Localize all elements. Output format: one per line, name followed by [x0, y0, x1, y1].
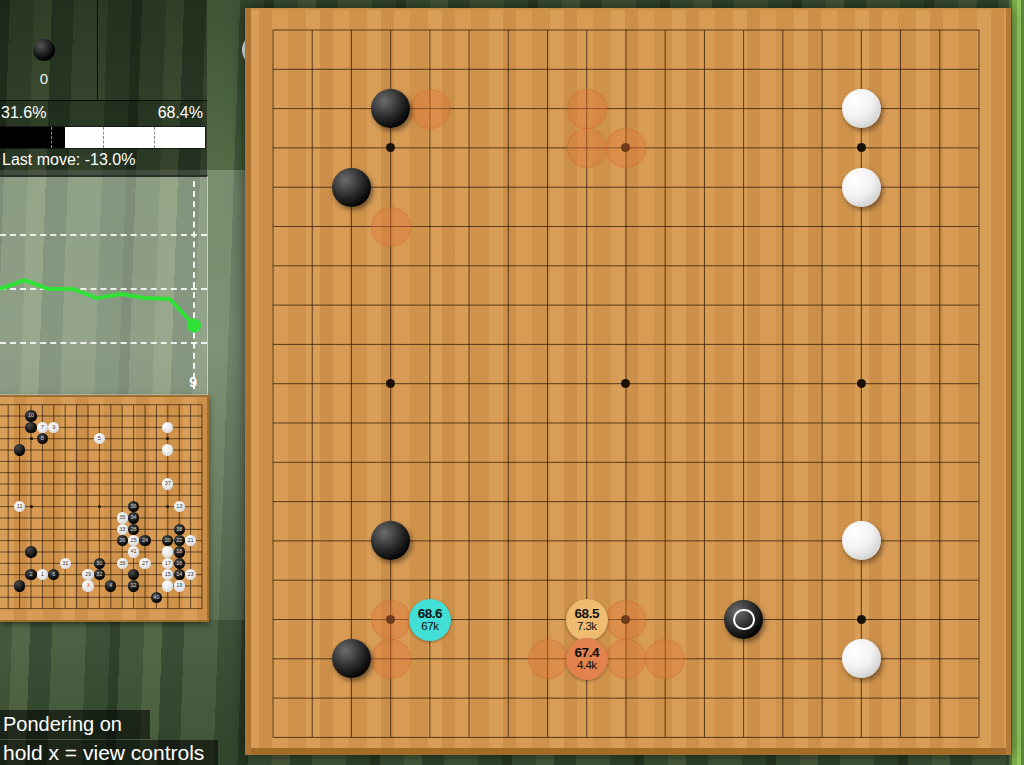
variation-stone-22-R7: 22: [174, 535, 185, 546]
black-captures: 0: [0, 0, 103, 100]
black-stone-D17[interactable]: [371, 89, 410, 128]
winrate-bar-black: [0, 127, 65, 148]
variation-stone-38-R8: 38: [174, 524, 185, 535]
variation-stone-37-Q12: 37: [162, 478, 173, 489]
black-winrate-label: 31.6%: [1, 104, 46, 122]
variation-move-number: 9: [52, 425, 55, 431]
variation-move-number: 24: [142, 538, 148, 544]
candidate-move-J3[interactable]: 67.44.4k: [566, 638, 608, 680]
variation-stone-13-R10: 13: [174, 501, 185, 512]
candidate-visits: 67k: [421, 621, 438, 633]
variation-stone-2-D4: 2: [25, 569, 36, 580]
white-captures: 0: [104, 0, 207, 100]
mini-white-stone-Q3: [162, 580, 173, 591]
candidate-visits: 4.4k: [577, 660, 597, 672]
variation-move-number: 27: [142, 561, 148, 567]
variation-stone-27-O5: 27: [139, 558, 150, 569]
variation-move-number: 19: [176, 583, 182, 589]
ghost-candidate-J17[interactable]: [567, 89, 607, 129]
variation-move-number: 2: [29, 572, 32, 578]
variation-stone-40-P2: 40: [151, 592, 162, 603]
view-controls-hint: hold x = view controls: [0, 740, 218, 765]
variation-stone-31-G5: 31: [60, 558, 71, 569]
ghost-candidate-J16[interactable]: [567, 128, 607, 168]
variation-move-number: 20: [165, 538, 171, 544]
variation-move-number: 21: [188, 538, 194, 544]
black-stone-C3[interactable]: [332, 639, 371, 678]
star-point: [857, 615, 866, 624]
variation-stone-12-N3: 12: [128, 580, 139, 591]
winrate-bar: [0, 127, 205, 148]
candidate-winrate: 68.5: [575, 607, 599, 621]
ghost-candidate-K3[interactable]: [606, 639, 646, 679]
variation-move-number: 32: [96, 572, 102, 578]
variation-move-number: 39: [119, 561, 125, 567]
variation-stone-30-K5: 30: [94, 558, 105, 569]
star-point: [857, 379, 866, 388]
variation-stone-28-N8: 28: [128, 524, 139, 535]
variation-move-number: 35: [119, 515, 125, 521]
variation-move-number: 38: [176, 527, 182, 533]
ghost-candidate-L3[interactable]: [645, 639, 685, 679]
variation-move-number: 6: [52, 572, 55, 578]
variation-move-number: 29: [85, 572, 91, 578]
variation-stone-16-R5: 16: [174, 558, 185, 569]
variation-stone-18-R6: 18: [174, 546, 185, 557]
winrate-tick-25: [51, 127, 52, 148]
mini-black-stone-D17: [25, 422, 36, 433]
variation-move-number: 1: [41, 572, 44, 578]
white-stone-Q17[interactable]: [842, 89, 881, 128]
variation-move-number: 11: [17, 504, 23, 510]
variation-move-number: 12: [131, 583, 137, 589]
variation-move-number: 40: [153, 595, 159, 601]
variation-move-number: 8: [41, 436, 44, 442]
ghost-candidate-D4[interactable]: [371, 600, 411, 640]
white-winrate-label: 68.4%: [158, 104, 203, 122]
mini-white-stone-Q6: [162, 546, 173, 557]
variation-move-number: 17: [165, 561, 171, 567]
variation-stone-29-J4: 29: [82, 569, 93, 580]
variation-move-number: 23: [188, 572, 194, 578]
variation-move-number: 22: [176, 538, 182, 544]
mini-black-stone-C15: [14, 444, 25, 455]
black-capture-count: 0: [24, 70, 64, 87]
star-point: [30, 505, 33, 508]
winrate-section: 31.6% 68.4% Last move: -13.0%: [0, 101, 207, 175]
variation-stone-7-E17: 7: [37, 422, 48, 433]
captures-panel: 0 0: [0, 0, 207, 101]
variation-stone-24-O7: 24: [139, 535, 150, 546]
variation-move-number: 3: [86, 583, 89, 589]
winrate-tick-50: [103, 127, 104, 148]
bamboo-right-strip: [1009, 0, 1024, 765]
last-move-marker: [733, 609, 755, 631]
view-controls-hint-text: hold x = view controls: [3, 741, 204, 765]
candidate-visits: 7.3k: [577, 621, 597, 633]
variation-stone-19-R3: 19: [174, 580, 185, 591]
pondering-status-text: Pondering on: [3, 713, 122, 736]
captures-divider: [97, 0, 98, 100]
variation-stone-10-D18: 10: [25, 410, 36, 421]
star-point: [30, 437, 33, 440]
mini-black-stone-D6: [25, 546, 36, 557]
variation-move-number: 4: [109, 583, 112, 589]
variation-move-number: 14: [176, 572, 182, 578]
ghost-candidate-K16[interactable]: [606, 128, 646, 168]
variation-move-number: 30: [96, 561, 102, 567]
variation-stone-34-N9: 34: [128, 512, 139, 523]
black-stone-icon: [33, 39, 55, 61]
white-stone-Q6[interactable]: [842, 521, 881, 560]
winrate-tick-75: [154, 127, 155, 148]
variation-stone-33-M8: 33: [117, 524, 128, 535]
variation-stone-41-N6: 41: [128, 546, 139, 557]
mini-black-stone-C3: [14, 580, 25, 591]
variation-stone-39-M5: 39: [117, 558, 128, 569]
variation-move-number: 41: [131, 549, 137, 555]
last-move-delta-label: Last move: -13.0%: [2, 151, 135, 169]
variation-move-number: 15: [165, 572, 171, 578]
candidate-move-J4[interactable]: 68.57.3k: [566, 599, 608, 641]
variation-stone-35-M9: 35: [117, 512, 128, 523]
variation-move-number: 37: [165, 481, 171, 487]
ghost-candidate-H3[interactable]: [528, 639, 568, 679]
graph-current-point: [187, 318, 201, 332]
variation-stone-3-J3: 3: [82, 580, 93, 591]
variation-stone-4-L3: 4: [105, 580, 116, 591]
ghost-candidate-D14[interactable]: [371, 207, 411, 247]
variation-move-number: 25: [131, 538, 137, 544]
variation-move-number: 33: [119, 527, 125, 533]
black-stone-C15[interactable]: [332, 168, 371, 207]
winrate-graph[interactable]: 9: [0, 175, 208, 395]
variation-stone-14-R4: 14: [174, 569, 185, 580]
winrate-line-chart: [0, 177, 207, 394]
ghost-candidate-D3[interactable]: [371, 639, 411, 679]
mini-white-stone-Q15: [162, 444, 173, 455]
variation-move-number: 36: [131, 504, 137, 510]
variation-move-number: 13: [176, 504, 182, 510]
main-go-board[interactable]: 68.667k68.57.3k67.44.4k: [245, 8, 1011, 755]
ghost-candidate-E17[interactable]: [410, 89, 450, 129]
variation-mini-board[interactable]: 1234567891011121314151617181920212223242…: [0, 395, 209, 622]
graph-move-number: 9: [189, 374, 197, 390]
black-stone-N4[interactable]: [724, 600, 763, 639]
candidate-winrate: 68.6: [418, 607, 442, 621]
variation-move-number: 34: [131, 515, 137, 521]
variation-move-number: 7: [41, 425, 44, 431]
variation-move-number: 16: [176, 561, 182, 567]
variation-move-number: 31: [62, 561, 68, 567]
white-stone-Q15[interactable]: [842, 168, 881, 207]
candidate-winrate: 67.4: [575, 646, 599, 660]
variation-move-number: 26: [119, 538, 125, 544]
variation-move-number: 5: [98, 436, 101, 442]
pondering-status: Pondering on: [0, 710, 150, 739]
white-stone-Q3[interactable]: [842, 639, 881, 678]
variation-move-number: 10: [28, 413, 34, 419]
variation-move-number: 18: [176, 549, 182, 555]
variation-stone-26-M7: 26: [117, 535, 128, 546]
candidate-move-E4[interactable]: 68.667k: [409, 599, 451, 641]
ghost-candidate-K4[interactable]: [606, 600, 646, 640]
variation-move-number: 28: [131, 527, 137, 533]
